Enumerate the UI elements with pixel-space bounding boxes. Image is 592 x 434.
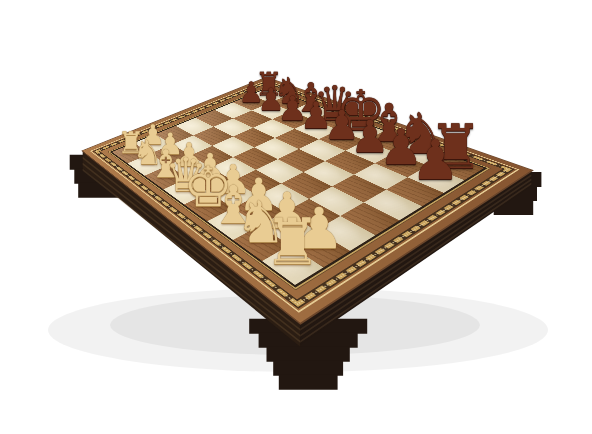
piece-white-rook-h1[interactable]: ♜ xyxy=(263,210,320,274)
board-base-part xyxy=(267,347,350,362)
piece-black-pawn-h7[interactable]: ♟ xyxy=(411,132,460,187)
board-base-part xyxy=(279,375,338,390)
board-base-part xyxy=(273,361,343,376)
chess-set-photo: ♜♞♝♛♚♝♞♜♟♟♟♟♟♟♟♟♟♟♟♟♟♟♟♟♜♞♝♛♚♝♞♜ xyxy=(0,0,592,434)
